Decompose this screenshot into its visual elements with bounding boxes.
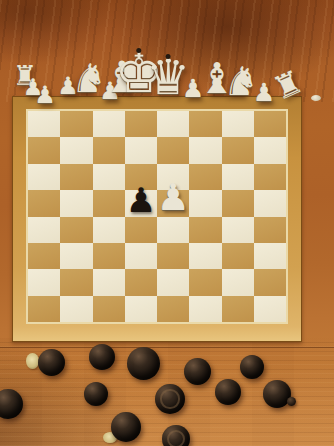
square-e7[interactable] [157,137,189,163]
square-h1[interactable] [254,296,286,322]
square-d7[interactable] [125,137,157,163]
square-d5[interactable] [125,190,157,216]
square-b7[interactable] [60,137,92,163]
square-e2[interactable] [157,269,189,295]
black-piece-offboard-6[interactable] [155,384,185,414]
black-piece-offboard-11[interactable] [111,412,141,442]
square-d8[interactable] [125,111,157,137]
square-e4[interactable] [157,217,189,243]
square-b6[interactable] [60,164,92,190]
square-c2[interactable] [93,269,125,295]
table-surface: ♟♟ ♜♟♟♟♞♟♝♚♛♟♝♞♟♜ [0,0,334,446]
square-c7[interactable] [93,137,125,163]
black-piece-offboard-8[interactable] [215,379,241,405]
square-e3[interactable] [157,243,189,269]
square-h4[interactable] [254,217,286,243]
square-f2[interactable] [189,269,221,295]
square-h3[interactable] [254,243,286,269]
square-e5[interactable] [157,190,189,216]
square-a3[interactable] [28,243,60,269]
chessboard: ♟♟ [12,96,302,342]
square-h2[interactable] [254,269,286,295]
square-e8[interactable] [157,111,189,137]
square-f3[interactable] [189,243,221,269]
black-piece-offboard-2[interactable] [38,349,65,376]
black-piece-offboard-5[interactable] [127,347,160,380]
square-h8[interactable] [254,111,286,137]
square-g3[interactable] [222,243,254,269]
piece-top-ring [167,430,185,446]
square-b4[interactable] [60,217,92,243]
square-c1[interactable] [93,296,125,322]
square-c8[interactable] [93,111,125,137]
square-h5[interactable] [254,190,286,216]
square-g5[interactable] [222,190,254,216]
board-squares [26,109,288,324]
black-piece-offboard-7[interactable] [184,358,211,385]
square-g8[interactable] [222,111,254,137]
square-e1[interactable] [157,296,189,322]
square-a2[interactable] [28,269,60,295]
square-b5[interactable] [60,190,92,216]
square-g1[interactable] [222,296,254,322]
square-g4[interactable] [222,217,254,243]
square-d2[interactable] [125,269,157,295]
square-b3[interactable] [60,243,92,269]
black-piece-offboard-9[interactable] [240,355,264,379]
square-c6[interactable] [93,164,125,190]
square-g7[interactable] [222,137,254,163]
square-a1[interactable] [28,296,60,322]
square-d4[interactable] [125,217,157,243]
square-b2[interactable] [60,269,92,295]
black-piece-offboard-12[interactable] [162,425,190,446]
square-f1[interactable] [189,296,221,322]
square-d3[interactable] [125,243,157,269]
black-piece-offboard-3[interactable] [89,344,115,370]
square-b1[interactable] [60,296,92,322]
square-c5[interactable] [93,190,125,216]
plank-seam [0,347,334,348]
square-b8[interactable] [60,111,92,137]
square-f4[interactable] [189,217,221,243]
square-c3[interactable] [93,243,125,269]
square-f6[interactable] [189,164,221,190]
square-a8[interactable] [28,111,60,137]
dark-finial-icon [166,54,171,59]
piece-knob [287,397,296,406]
square-f7[interactable] [189,137,221,163]
square-a6[interactable] [28,164,60,190]
felt-base [26,353,39,369]
square-g2[interactable] [222,269,254,295]
white-piece-base-partial-1 [311,95,321,101]
square-a7[interactable] [28,137,60,163]
square-f5[interactable] [189,190,221,216]
white-pawn-offboard-3[interactable]: ♟ [34,83,56,107]
square-h7[interactable] [254,137,286,163]
square-c4[interactable] [93,217,125,243]
square-d6[interactable] [125,164,157,190]
square-a5[interactable] [28,190,60,216]
dark-finial-icon [136,48,141,53]
square-g6[interactable] [222,164,254,190]
square-h6[interactable] [254,164,286,190]
square-e6[interactable] [157,164,189,190]
square-d1[interactable] [125,296,157,322]
square-a4[interactable] [28,217,60,243]
square-f8[interactable] [189,111,221,137]
black-piece-offboard-4[interactable] [84,382,108,406]
piece-top-ring [160,389,179,408]
